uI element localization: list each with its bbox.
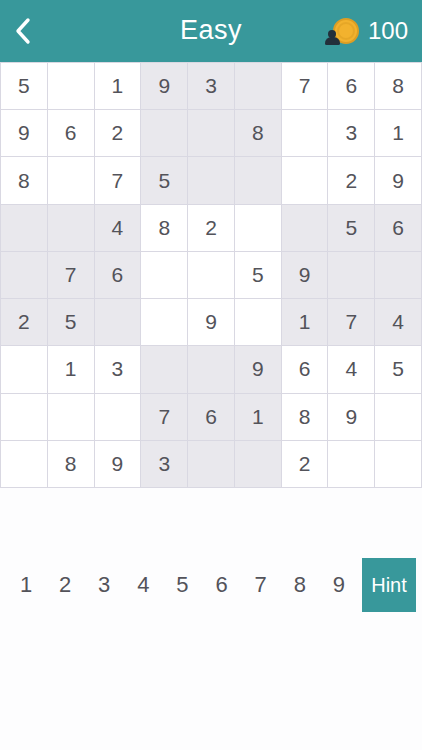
sudoku-cell-r9c1[interactable] <box>1 441 48 488</box>
sudoku-cell-r5c3[interactable]: 6 <box>95 252 142 299</box>
sudoku-cell-r9c3[interactable]: 9 <box>95 441 142 488</box>
sudoku-cell-r6c7[interactable]: 1 <box>282 299 329 346</box>
sudoku-cell-r2c2[interactable]: 6 <box>48 110 95 157</box>
page-title: Easy <box>180 15 242 46</box>
sudoku-cell-r2c8[interactable]: 3 <box>328 110 375 157</box>
sudoku-cell-r6c9[interactable]: 4 <box>375 299 422 346</box>
sudoku-cell-r2c4[interactable] <box>141 110 188 157</box>
sudoku-cell-r7c8[interactable]: 4 <box>328 346 375 393</box>
sudoku-cell-r3c7[interactable] <box>282 157 329 204</box>
sudoku-cell-r4c3[interactable]: 4 <box>95 205 142 252</box>
sudoku-cell-r9c5[interactable] <box>188 441 235 488</box>
back-button[interactable] <box>14 15 44 47</box>
numpad-digit-9[interactable]: 9 <box>323 572 355 598</box>
sudoku-cell-r1c7[interactable]: 7 <box>282 63 329 110</box>
sudoku-cell-r2c5[interactable] <box>188 110 235 157</box>
sudoku-cell-r3c2[interactable] <box>48 157 95 204</box>
sudoku-cell-r7c6[interactable]: 9 <box>235 346 282 393</box>
sudoku-cell-r9c8[interactable] <box>328 441 375 488</box>
numpad-digit-7[interactable]: 7 <box>245 572 277 598</box>
coin-counter: 100 <box>325 17 408 45</box>
sudoku-cell-r3c1[interactable]: 8 <box>1 157 48 204</box>
sudoku-cell-r4c8[interactable]: 5 <box>328 205 375 252</box>
sudoku-cell-r7c7[interactable]: 6 <box>282 346 329 393</box>
coin-count: 100 <box>368 17 408 45</box>
sudoku-cell-r4c4[interactable]: 8 <box>141 205 188 252</box>
sudoku-cell-r6c3[interactable] <box>95 299 142 346</box>
sudoku-cell-r4c7[interactable] <box>282 205 329 252</box>
sudoku-cell-r8c9[interactable] <box>375 394 422 441</box>
sudoku-cell-r5c1[interactable] <box>1 252 48 299</box>
sudoku-board: 5193768962831875294825676592591741396457… <box>0 62 422 488</box>
sudoku-cell-r3c9[interactable]: 9 <box>375 157 422 204</box>
sudoku-cell-r5c8[interactable] <box>328 252 375 299</box>
sudoku-cell-r1c9[interactable]: 8 <box>375 63 422 110</box>
sudoku-cell-r7c3[interactable]: 3 <box>95 346 142 393</box>
sudoku-cell-r3c5[interactable] <box>188 157 235 204</box>
sudoku-cell-r4c9[interactable]: 6 <box>375 205 422 252</box>
sudoku-cell-r1c1[interactable]: 5 <box>1 63 48 110</box>
numpad-digit-6[interactable]: 6 <box>206 572 238 598</box>
number-pad: 123456789Hint <box>0 558 422 612</box>
sudoku-cell-r3c8[interactable]: 2 <box>328 157 375 204</box>
sudoku-cell-r8c6[interactable]: 1 <box>235 394 282 441</box>
sudoku-cell-r8c7[interactable]: 8 <box>282 394 329 441</box>
coin-icon <box>325 17 359 45</box>
sudoku-cell-r7c9[interactable]: 5 <box>375 346 422 393</box>
back-chevron-icon <box>14 17 31 45</box>
sudoku-cell-r8c5[interactable]: 6 <box>188 394 235 441</box>
sudoku-cell-r5c5[interactable] <box>188 252 235 299</box>
sudoku-cell-r2c6[interactable]: 8 <box>235 110 282 157</box>
numpad-digit-1[interactable]: 1 <box>10 572 42 598</box>
sudoku-cell-r1c3[interactable]: 1 <box>95 63 142 110</box>
sudoku-cell-r2c9[interactable]: 1 <box>375 110 422 157</box>
sudoku-cell-r1c2[interactable] <box>48 63 95 110</box>
numpad-digit-2[interactable]: 2 <box>49 572 81 598</box>
sudoku-cell-r4c2[interactable] <box>48 205 95 252</box>
sudoku-cell-r6c6[interactable] <box>235 299 282 346</box>
sudoku-cell-r8c4[interactable]: 7 <box>141 394 188 441</box>
sudoku-cell-r3c6[interactable] <box>235 157 282 204</box>
numpad-digit-8[interactable]: 8 <box>284 572 316 598</box>
sudoku-cell-r3c4[interactable]: 5 <box>141 157 188 204</box>
header: Easy 100 <box>0 0 422 62</box>
sudoku-cell-r8c1[interactable] <box>1 394 48 441</box>
sudoku-app: Easy 100 5193768962831875294825676592591… <box>0 0 422 750</box>
sudoku-cell-r8c3[interactable] <box>95 394 142 441</box>
numpad-digit-5[interactable]: 5 <box>166 572 198 598</box>
person-silhouette-icon <box>325 30 340 45</box>
sudoku-cell-r7c4[interactable] <box>141 346 188 393</box>
sudoku-cell-r4c5[interactable]: 2 <box>188 205 235 252</box>
sudoku-cell-r5c2[interactable]: 7 <box>48 252 95 299</box>
sudoku-cell-r1c5[interactable]: 3 <box>188 63 235 110</box>
sudoku-cell-r2c7[interactable] <box>282 110 329 157</box>
sudoku-cell-r1c4[interactable]: 9 <box>141 63 188 110</box>
sudoku-cell-r4c1[interactable] <box>1 205 48 252</box>
sudoku-cell-r8c8[interactable]: 9 <box>328 394 375 441</box>
sudoku-cell-r6c4[interactable] <box>141 299 188 346</box>
sudoku-cell-r5c9[interactable] <box>375 252 422 299</box>
sudoku-cell-r6c1[interactable]: 2 <box>1 299 48 346</box>
sudoku-cell-r7c2[interactable]: 1 <box>48 346 95 393</box>
sudoku-cell-r4c6[interactable] <box>235 205 282 252</box>
sudoku-cell-r6c5[interactable]: 9 <box>188 299 235 346</box>
sudoku-cell-r9c4[interactable]: 3 <box>141 441 188 488</box>
sudoku-cell-r2c1[interactable]: 9 <box>1 110 48 157</box>
sudoku-cell-r5c6[interactable]: 5 <box>235 252 282 299</box>
sudoku-cell-r8c2[interactable] <box>48 394 95 441</box>
sudoku-cell-r7c5[interactable] <box>188 346 235 393</box>
sudoku-cell-r9c9[interactable] <box>375 441 422 488</box>
sudoku-cell-r7c1[interactable] <box>1 346 48 393</box>
sudoku-cell-r2c3[interactable]: 2 <box>95 110 142 157</box>
numpad-digit-4[interactable]: 4 <box>127 572 159 598</box>
sudoku-cell-r9c6[interactable] <box>235 441 282 488</box>
sudoku-cell-r5c4[interactable] <box>141 252 188 299</box>
sudoku-cell-r6c8[interactable]: 7 <box>328 299 375 346</box>
sudoku-cell-r5c7[interactable]: 9 <box>282 252 329 299</box>
sudoku-cell-r3c3[interactable]: 7 <box>95 157 142 204</box>
sudoku-cell-r1c8[interactable]: 6 <box>328 63 375 110</box>
sudoku-cell-r9c2[interactable]: 8 <box>48 441 95 488</box>
hint-button[interactable]: Hint <box>362 558 416 612</box>
sudoku-cell-r9c7[interactable]: 2 <box>282 441 329 488</box>
sudoku-cell-r6c2[interactable]: 5 <box>48 299 95 346</box>
sudoku-cell-r1c6[interactable] <box>235 63 282 110</box>
numpad-digit-3[interactable]: 3 <box>88 572 120 598</box>
